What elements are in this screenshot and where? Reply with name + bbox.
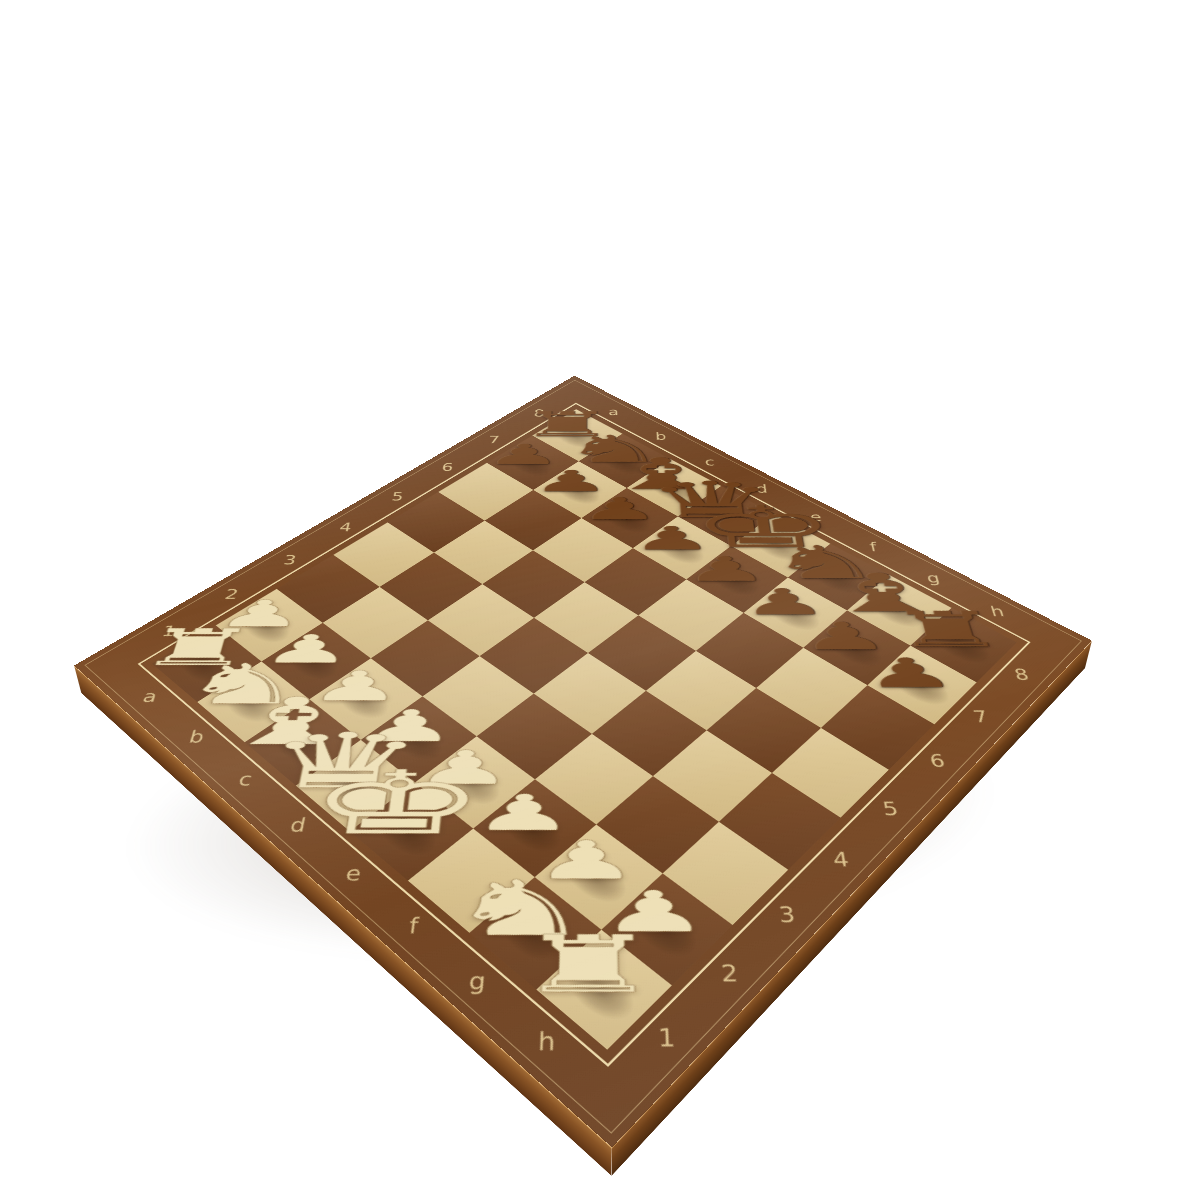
rank-label-4-h-side: 4 [831,851,850,871]
rank-label-6-a-side: 6 [441,462,454,473]
file-label-d-near: d [288,816,307,835]
file-label-h-near: h [537,1030,555,1055]
file-label-c-near: c [237,771,254,789]
pieces-layer: ♜♞♟♝♟♛♟♚♟♞♟♝♟♟♜♟♜♟♟♞♟♝♟♛♟♚♟♟♞♟♜ [575,376,1092,641]
rank-label-1-h-side: 1 [658,1026,677,1051]
file-label-f-near: f [408,916,420,938]
rank-label-5-h-side: 5 [881,800,900,819]
black-rook-h8[interactable]: ♜ [884,607,1012,653]
rank-label-3-h-side: 3 [778,905,797,926]
rank-label-3-a-side: 3 [282,554,298,567]
file-label-e-near: e [344,864,362,884]
rank-label-8-h-side: 8 [1012,668,1031,683]
file-label-a-near: a [141,689,160,705]
rank-label-4-a-side: 4 [338,522,353,534]
rank-label-7-h-side: 7 [971,709,990,725]
rank-label-6-h-side: 6 [928,753,947,770]
rank-label-2-h-side: 2 [720,963,739,986]
chessboard: aabbccddeeffgghh1122334455667788 ♜♞♟♝♟♛♟… [74,376,1092,1148]
scene: aabbccddeeffgghh1122334455667788 ♜♞♟♝♟♛♟… [0,0,1180,1180]
file-label-b-near: b [187,729,206,746]
file-label-g-near: g [468,971,486,994]
rank-label-5-a-side: 5 [391,491,405,502]
